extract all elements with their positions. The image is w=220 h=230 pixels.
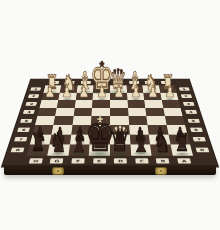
square-c7[interactable] xyxy=(129,134,150,144)
square-a4[interactable] xyxy=(163,108,183,116)
product-photo: HGFEDCBA1122334455667788HGFEDCBA ♜♞♝♚♚♛♛… xyxy=(0,0,220,230)
square-a7[interactable] xyxy=(168,134,190,144)
square-b7[interactable] xyxy=(149,134,170,144)
square-f4[interactable] xyxy=(73,108,92,116)
coordinate-label: E xyxy=(93,158,106,163)
chess-board: HGFEDCBA1122334455667788HGFEDCBA xyxy=(2,79,218,167)
square-g8[interactable] xyxy=(47,145,69,156)
square-c4[interactable] xyxy=(128,108,147,116)
square-h8[interactable] xyxy=(27,145,50,156)
coordinate-label: A xyxy=(161,81,171,84)
square-e7[interactable] xyxy=(90,134,110,144)
square-d6[interactable] xyxy=(110,125,129,134)
square-b8[interactable] xyxy=(150,145,172,156)
square-g7[interactable] xyxy=(50,134,71,144)
coordinate-label: 2 xyxy=(28,95,39,98)
square-d4[interactable] xyxy=(110,108,128,116)
square-d1[interactable] xyxy=(110,86,127,93)
square-a6[interactable] xyxy=(166,125,187,134)
square-c3[interactable] xyxy=(127,100,145,108)
coordinate-label: 8 xyxy=(195,147,209,152)
coordinate-label: G xyxy=(50,158,64,163)
square-b1[interactable] xyxy=(142,86,160,93)
square-f7[interactable] xyxy=(70,134,91,144)
square-a5[interactable] xyxy=(165,116,186,125)
board-frame-cell: 1 xyxy=(175,86,194,93)
coordinate-label: 5 xyxy=(20,119,32,123)
square-g6[interactable] xyxy=(52,125,73,134)
coordinate-label: 4 xyxy=(185,110,197,114)
square-h1[interactable] xyxy=(43,86,61,93)
coordinate-label: 2 xyxy=(181,95,192,98)
square-h3[interactable] xyxy=(39,100,58,108)
coordinate-label: 8 xyxy=(11,147,25,152)
coordinate-label: 4 xyxy=(23,110,35,114)
square-b2[interactable] xyxy=(143,93,161,100)
board-frame-cell: 6 xyxy=(185,125,207,134)
square-d2[interactable] xyxy=(110,93,127,100)
square-e5[interactable] xyxy=(91,116,110,125)
coordinate-label: C xyxy=(129,81,139,84)
square-e2[interactable] xyxy=(93,93,110,100)
square-f1[interactable] xyxy=(77,86,94,93)
square-c2[interactable] xyxy=(127,93,145,100)
square-h4[interactable] xyxy=(37,108,57,116)
square-f3[interactable] xyxy=(75,100,93,108)
coordinate-label: 6 xyxy=(17,128,30,132)
square-d8[interactable] xyxy=(110,145,131,156)
square-a1[interactable] xyxy=(159,86,177,93)
coordinate-label: 3 xyxy=(183,102,195,105)
square-d3[interactable] xyxy=(110,100,128,108)
coordinate-label: 7 xyxy=(192,137,205,141)
square-g2[interactable] xyxy=(58,93,76,100)
coordinate-label: 1 xyxy=(30,87,41,90)
coordinate-label: D xyxy=(113,81,123,84)
square-a2[interactable] xyxy=(160,93,179,100)
square-e6[interactable] xyxy=(91,125,110,134)
square-c8[interactable] xyxy=(130,145,152,156)
square-f5[interactable] xyxy=(72,116,91,125)
square-h6[interactable] xyxy=(32,125,53,134)
coordinate-label: B xyxy=(145,81,155,84)
square-c5[interactable] xyxy=(128,116,147,125)
coordinate-label: D xyxy=(114,158,127,163)
coordinate-label: 6 xyxy=(190,128,203,132)
square-g3[interactable] xyxy=(57,100,76,108)
coordinate-label: H xyxy=(49,81,59,84)
square-a8[interactable] xyxy=(170,145,193,156)
square-g5[interactable] xyxy=(53,116,73,125)
square-d5[interactable] xyxy=(110,116,129,125)
square-a3[interactable] xyxy=(162,100,181,108)
board-frame-cell: 5 xyxy=(183,116,204,125)
square-h5[interactable] xyxy=(35,116,56,125)
square-c1[interactable] xyxy=(126,86,143,93)
board-frame-cell: 4 xyxy=(181,108,201,116)
square-e1[interactable] xyxy=(93,86,110,93)
coordinate-label: E xyxy=(97,81,107,84)
square-f6[interactable] xyxy=(71,125,91,134)
square-e3[interactable] xyxy=(92,100,110,108)
clasp-icon xyxy=(52,167,64,175)
board-frame-cell: 3 xyxy=(179,100,199,108)
coordinate-label: 7 xyxy=(14,137,27,141)
square-g4[interactable] xyxy=(55,108,74,116)
board-frame-cell: 8 xyxy=(190,145,214,156)
square-b4[interactable] xyxy=(145,108,164,116)
board-frame-cell: 7 xyxy=(188,134,211,144)
square-f2[interactable] xyxy=(76,93,94,100)
coordinate-label: A xyxy=(177,158,191,163)
board-front-edge xyxy=(4,165,216,175)
coordinate-label: 3 xyxy=(26,102,38,105)
coordinate-label: 5 xyxy=(187,119,199,123)
square-c6[interactable] xyxy=(129,125,149,134)
board-frame-cell: 2 xyxy=(177,93,196,100)
coordinate-label: B xyxy=(156,158,170,163)
square-d7[interactable] xyxy=(110,134,130,144)
square-b6[interactable] xyxy=(148,125,169,134)
coordinate-label: G xyxy=(65,81,75,84)
square-h2[interactable] xyxy=(41,93,60,100)
square-e8[interactable] xyxy=(89,145,110,156)
square-h7[interactable] xyxy=(30,134,52,144)
coordinate-label: C xyxy=(135,158,148,163)
square-g1[interactable] xyxy=(60,86,78,93)
coordinate-label: 1 xyxy=(179,87,190,90)
coordinate-label: F xyxy=(71,158,84,163)
coordinate-label: F xyxy=(81,81,91,84)
square-f8[interactable] xyxy=(68,145,90,156)
square-b5[interactable] xyxy=(146,116,166,125)
coordinate-label: H xyxy=(29,158,43,163)
square-e4[interactable] xyxy=(92,108,110,116)
square-b3[interactable] xyxy=(144,100,163,108)
clasp-icon xyxy=(155,167,167,175)
